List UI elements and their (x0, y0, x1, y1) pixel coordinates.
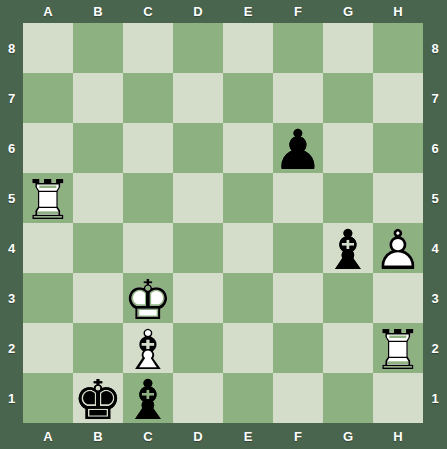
file-label-h-top: H (373, 0, 423, 23)
square-f7[interactable] (273, 73, 323, 123)
white-bishop[interactable]: ♝♗ (123, 323, 173, 373)
square-d4[interactable] (173, 223, 223, 273)
piece-outline-glyph: ♗ (323, 223, 372, 278)
rank-label-8-right: 8 (423, 23, 447, 73)
rank-label-3-left: 3 (0, 273, 23, 323)
square-c2[interactable]: ♝♗ (123, 323, 173, 373)
file-label-e-bottom: E (223, 423, 273, 449)
white-pawn[interactable]: ♟♙ (373, 223, 423, 273)
square-g6[interactable] (323, 123, 373, 173)
square-c8[interactable] (123, 23, 173, 73)
square-b6[interactable] (73, 123, 123, 173)
square-g1[interactable] (323, 373, 373, 423)
rank-label-4-right: 4 (423, 223, 447, 273)
piece-fill-glyph: ♟ (273, 123, 322, 178)
square-e4[interactable] (223, 223, 273, 273)
square-f2[interactable] (273, 323, 323, 373)
square-b2[interactable] (73, 323, 123, 373)
square-g4[interactable]: ♝♗ (323, 223, 373, 273)
square-f1[interactable] (273, 373, 323, 423)
rank-label-5-right: 5 (423, 173, 447, 223)
square-a1[interactable] (23, 373, 73, 423)
rank-label-6-left: 6 (0, 123, 23, 173)
square-h6[interactable] (373, 123, 423, 173)
square-h5[interactable] (373, 173, 423, 223)
square-a2[interactable] (23, 323, 73, 373)
square-e1[interactable] (223, 373, 273, 423)
file-label-d-bottom: D (173, 423, 223, 449)
square-h3[interactable] (373, 273, 423, 323)
square-b3[interactable] (73, 273, 123, 323)
file-label-g-bottom: G (323, 423, 373, 449)
rank-label-3-right: 3 (423, 273, 447, 323)
square-h7[interactable] (373, 73, 423, 123)
square-d5[interactable] (173, 173, 223, 223)
square-b1[interactable]: ♚♔ (73, 373, 123, 423)
square-e3[interactable] (223, 273, 273, 323)
file-label-c-bottom: C (123, 423, 173, 449)
square-a3[interactable] (23, 273, 73, 323)
square-f5[interactable] (273, 173, 323, 223)
square-h8[interactable] (373, 23, 423, 73)
piece-outline-glyph: ♖ (373, 323, 422, 378)
file-label-h-bottom: H (373, 423, 423, 449)
square-b5[interactable] (73, 173, 123, 223)
rank-label-7-right: 7 (423, 73, 447, 123)
square-c7[interactable] (123, 73, 173, 123)
square-f6[interactable]: ♟♙ (273, 123, 323, 173)
piece-outline-glyph: ♗ (123, 373, 172, 428)
square-e6[interactable] (223, 123, 273, 173)
piece-outline-glyph: ♗ (123, 323, 172, 378)
square-e7[interactable] (223, 73, 273, 123)
square-c6[interactable] (123, 123, 173, 173)
square-h2[interactable]: ♜♖ (373, 323, 423, 373)
square-c3[interactable]: ♚♔ (123, 273, 173, 323)
file-label-g-top: G (323, 0, 373, 23)
square-a4[interactable] (23, 223, 73, 273)
white-king[interactable]: ♚♔ (123, 273, 173, 323)
piece-fill-glyph: ♟ (373, 223, 422, 278)
square-d7[interactable] (173, 73, 223, 123)
rank-label-5-left: 5 (0, 173, 23, 223)
piece-fill-glyph: ♜ (23, 173, 72, 228)
piece-fill-glyph: ♚ (123, 273, 172, 328)
square-e8[interactable] (223, 23, 273, 73)
rank-label-7-left: 7 (0, 73, 23, 123)
square-f3[interactable] (273, 273, 323, 323)
square-h4[interactable]: ♟♙ (373, 223, 423, 273)
square-d8[interactable] (173, 23, 223, 73)
piece-outline-glyph: ♙ (373, 223, 422, 278)
white-rook[interactable]: ♜♖ (23, 173, 73, 223)
square-g2[interactable] (323, 323, 373, 373)
file-label-c-top: C (123, 0, 173, 23)
file-label-e-top: E (223, 0, 273, 23)
rank-label-2-left: 2 (0, 323, 23, 373)
square-c4[interactable] (123, 223, 173, 273)
square-a8[interactable] (23, 23, 73, 73)
black-bishop[interactable]: ♝♗ (123, 373, 173, 423)
piece-fill-glyph: ♝ (123, 323, 172, 378)
piece-outline-glyph: ♖ (23, 173, 72, 228)
file-label-a-top: A (23, 0, 73, 23)
square-e2[interactable] (223, 323, 273, 373)
piece-fill-glyph: ♚ (73, 373, 122, 428)
rank-label-8-left: 8 (0, 23, 23, 73)
square-g7[interactable] (323, 73, 373, 123)
square-f4[interactable] (273, 223, 323, 273)
piece-fill-glyph: ♝ (323, 223, 372, 278)
rank-label-6-right: 6 (423, 123, 447, 173)
square-a5[interactable]: ♜♖ (23, 173, 73, 223)
rank-label-1-left: 1 (0, 373, 23, 423)
square-c5[interactable] (123, 173, 173, 223)
file-label-b-bottom: B (73, 423, 123, 449)
square-d2[interactable] (173, 323, 223, 373)
chess-board: AABBCCDDEEFFGGHH8877665544332211♟♙♜♖♝♗♟♙… (0, 0, 447, 449)
piece-outline-glyph: ♔ (73, 373, 122, 428)
piece-outline-glyph: ♔ (123, 273, 172, 328)
piece-fill-glyph: ♝ (123, 373, 172, 428)
square-a7[interactable] (23, 73, 73, 123)
piece-outline-glyph: ♙ (273, 123, 322, 178)
square-h1[interactable] (373, 373, 423, 423)
white-rook[interactable]: ♜♖ (373, 323, 423, 373)
rank-label-1-right: 1 (423, 373, 447, 423)
square-e5[interactable] (223, 173, 273, 223)
square-b7[interactable] (73, 73, 123, 123)
square-c1[interactable]: ♝♗ (123, 373, 173, 423)
square-g8[interactable] (323, 23, 373, 73)
black-pawn[interactable]: ♟♙ (273, 123, 323, 173)
rank-label-2-right: 2 (423, 323, 447, 373)
file-label-d-top: D (173, 0, 223, 23)
file-label-b-top: B (73, 0, 123, 23)
square-d6[interactable] (173, 123, 223, 173)
square-a6[interactable] (23, 123, 73, 173)
square-g3[interactable] (323, 273, 373, 323)
black-bishop[interactable]: ♝♗ (323, 223, 373, 273)
file-label-a-bottom: A (23, 423, 73, 449)
square-d1[interactable] (173, 373, 223, 423)
file-label-f-top: F (273, 0, 323, 23)
square-b8[interactable] (73, 23, 123, 73)
black-king[interactable]: ♚♔ (73, 373, 123, 423)
square-g5[interactable] (323, 173, 373, 223)
file-label-f-bottom: F (273, 423, 323, 449)
square-d3[interactable] (173, 273, 223, 323)
piece-fill-glyph: ♜ (373, 323, 422, 378)
square-b4[interactable] (73, 223, 123, 273)
square-f8[interactable] (273, 23, 323, 73)
rank-label-4-left: 4 (0, 223, 23, 273)
